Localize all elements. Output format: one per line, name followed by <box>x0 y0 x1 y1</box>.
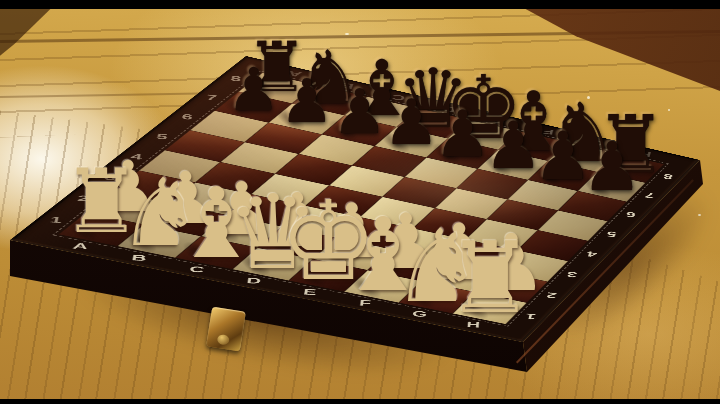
piece-black-pawn-b7[interactable]: ♟ <box>280 71 334 131</box>
video-frame: AA11BB22CC33DD44EE55FF66GG77HH88 ♜♞♝♛♚♝♞… <box>0 0 720 404</box>
piece-black-pawn-d7[interactable]: ♟ <box>383 92 439 155</box>
letterbox-bar-top <box>0 0 720 9</box>
brass-clasp <box>206 307 246 352</box>
piece-black-pawn-h7[interactable]: ♟ <box>582 133 643 200</box>
piece-black-pawn-e7[interactable]: ♟ <box>434 102 491 166</box>
letterbox-bar-bottom <box>0 399 720 404</box>
piece-black-pawn-a7[interactable]: ♟ <box>227 60 280 119</box>
piece-white-rook-h1[interactable]: ♜ <box>446 229 534 327</box>
piece-black-pawn-c7[interactable]: ♟ <box>332 81 387 143</box>
dust-speck <box>668 109 670 111</box>
